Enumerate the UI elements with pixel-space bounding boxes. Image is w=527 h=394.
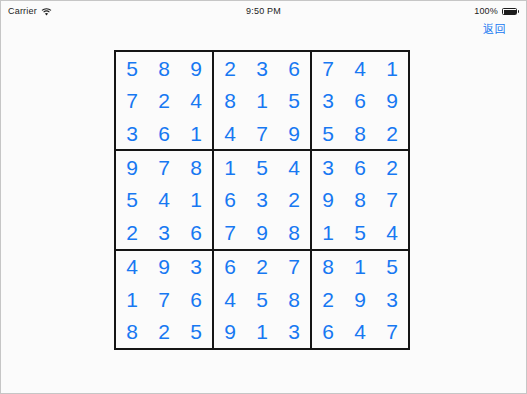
sudoku-cell-r3c3[interactable]: 1	[180, 117, 212, 149]
sudoku-cell-r7c3[interactable]: 3	[180, 251, 212, 283]
sudoku-cell-r6c7[interactable]: 1	[312, 216, 344, 248]
sudoku-cell-r1c3[interactable]: 9	[180, 52, 212, 84]
sudoku-cell-r3c1[interactable]: 3	[116, 117, 148, 149]
sudoku-cell-r5c3[interactable]: 1	[180, 184, 212, 216]
sudoku-cell-r9c6[interactable]: 3	[278, 316, 310, 348]
sudoku-board: 5897243612368154797413695829785412361546…	[114, 50, 410, 350]
sudoku-cell-r8c3[interactable]: 6	[180, 283, 212, 315]
sudoku-cell-r8c9[interactable]: 3	[376, 283, 408, 315]
sudoku-cell-r8c5[interactable]: 5	[246, 283, 278, 315]
sudoku-cell-r1c4[interactable]: 2	[214, 52, 246, 84]
sudoku-cell-r9c4[interactable]: 9	[214, 316, 246, 348]
sudoku-box-2-3: 362987154	[312, 151, 408, 248]
sudoku-cell-r2c3[interactable]: 4	[180, 84, 212, 116]
carrier-label: Carrier	[8, 6, 37, 16]
sudoku-cell-r7c7[interactable]: 8	[312, 251, 344, 283]
sudoku-cell-r7c8[interactable]: 1	[344, 251, 376, 283]
app-window: Carrier 9:50 PM 100% 返回 5897243612368154…	[0, 0, 527, 394]
sudoku-box-1-1: 589724361	[116, 52, 212, 149]
sudoku-cell-r9c5[interactable]: 1	[246, 316, 278, 348]
sudoku-cell-r5c4[interactable]: 6	[214, 184, 246, 216]
sudoku-cell-r4c4[interactable]: 1	[214, 151, 246, 183]
wifi-icon	[41, 7, 52, 16]
sudoku-cell-r7c1[interactable]: 4	[116, 251, 148, 283]
sudoku-cell-r1c8[interactable]: 4	[344, 52, 376, 84]
sudoku-cell-r6c3[interactable]: 6	[180, 216, 212, 248]
sudoku-cell-r1c7[interactable]: 7	[312, 52, 344, 84]
status-clock: 9:50 PM	[1, 6, 526, 16]
sudoku-cell-r8c8[interactable]: 9	[344, 283, 376, 315]
sudoku-cell-r6c1[interactable]: 2	[116, 216, 148, 248]
sudoku-box-2-2: 154632798	[214, 151, 310, 248]
sudoku-box-1-3: 741369582	[312, 52, 408, 149]
sudoku-box-3-2: 627458913	[214, 251, 310, 348]
sudoku-cell-r7c2[interactable]: 9	[148, 251, 180, 283]
sudoku-cell-r3c6[interactable]: 9	[278, 117, 310, 149]
sudoku-cell-r2c1[interactable]: 7	[116, 84, 148, 116]
sudoku-cell-r9c8[interactable]: 4	[344, 316, 376, 348]
sudoku-cell-r1c6[interactable]: 6	[278, 52, 310, 84]
sudoku-cell-r4c1[interactable]: 9	[116, 151, 148, 183]
sudoku-cell-r9c3[interactable]: 5	[180, 316, 212, 348]
sudoku-cell-r2c8[interactable]: 6	[344, 84, 376, 116]
sudoku-cell-r9c1[interactable]: 8	[116, 316, 148, 348]
sudoku-cell-r6c2[interactable]: 3	[148, 216, 180, 248]
sudoku-cell-r3c7[interactable]: 5	[312, 117, 344, 149]
back-button[interactable]: 返回	[483, 22, 506, 37]
sudoku-cell-r9c7[interactable]: 6	[312, 316, 344, 348]
sudoku-cell-r5c8[interactable]: 8	[344, 184, 376, 216]
sudoku-cell-r1c1[interactable]: 5	[116, 52, 148, 84]
sudoku-cell-r5c5[interactable]: 3	[246, 184, 278, 216]
sudoku-cell-r3c4[interactable]: 4	[214, 117, 246, 149]
sudoku-cell-r6c5[interactable]: 9	[246, 216, 278, 248]
sudoku-cell-r1c9[interactable]: 1	[376, 52, 408, 84]
sudoku-cell-r4c5[interactable]: 5	[246, 151, 278, 183]
status-left: Carrier	[8, 6, 52, 16]
sudoku-cell-r7c9[interactable]: 5	[376, 251, 408, 283]
sudoku-cell-r3c2[interactable]: 6	[148, 117, 180, 149]
sudoku-cell-r9c9[interactable]: 7	[376, 316, 408, 348]
status-bar: Carrier 9:50 PM 100%	[1, 1, 526, 21]
sudoku-box-2-1: 978541236	[116, 151, 212, 248]
sudoku-cell-r4c6[interactable]: 4	[278, 151, 310, 183]
battery-icon	[502, 8, 519, 15]
sudoku-cell-r4c7[interactable]: 3	[312, 151, 344, 183]
sudoku-cell-r2c9[interactable]: 9	[376, 84, 408, 116]
sudoku-cell-r8c4[interactable]: 4	[214, 283, 246, 315]
sudoku-cell-r6c9[interactable]: 4	[376, 216, 408, 248]
sudoku-box-1-2: 236815479	[214, 52, 310, 149]
sudoku-cell-r8c6[interactable]: 8	[278, 283, 310, 315]
sudoku-cell-r6c8[interactable]: 5	[344, 216, 376, 248]
sudoku-cell-r2c4[interactable]: 8	[214, 84, 246, 116]
sudoku-cell-r3c8[interactable]: 8	[344, 117, 376, 149]
sudoku-cell-r5c7[interactable]: 9	[312, 184, 344, 216]
sudoku-cell-r4c9[interactable]: 2	[376, 151, 408, 183]
sudoku-cell-r9c2[interactable]: 2	[148, 316, 180, 348]
sudoku-cell-r7c5[interactable]: 2	[246, 251, 278, 283]
sudoku-cell-r1c2[interactable]: 8	[148, 52, 180, 84]
sudoku-cell-r1c5[interactable]: 3	[246, 52, 278, 84]
sudoku-cell-r3c5[interactable]: 7	[246, 117, 278, 149]
sudoku-cell-r4c2[interactable]: 7	[148, 151, 180, 183]
sudoku-cell-r4c8[interactable]: 6	[344, 151, 376, 183]
sudoku-cell-r6c6[interactable]: 8	[278, 216, 310, 248]
sudoku-cell-r8c1[interactable]: 1	[116, 283, 148, 315]
sudoku-cell-r7c6[interactable]: 7	[278, 251, 310, 283]
battery-percent-label: 100%	[474, 6, 498, 16]
sudoku-cell-r4c3[interactable]: 8	[180, 151, 212, 183]
sudoku-cell-r8c2[interactable]: 7	[148, 283, 180, 315]
sudoku-cell-r6c4[interactable]: 7	[214, 216, 246, 248]
sudoku-cell-r2c5[interactable]: 1	[246, 84, 278, 116]
sudoku-box-3-3: 815293647	[312, 251, 408, 348]
sudoku-cell-r5c2[interactable]: 4	[148, 184, 180, 216]
sudoku-cell-r2c2[interactable]: 2	[148, 84, 180, 116]
sudoku-cell-r3c9[interactable]: 2	[376, 117, 408, 149]
sudoku-box-3-1: 493176825	[116, 251, 212, 348]
sudoku-cell-r2c6[interactable]: 5	[278, 84, 310, 116]
sudoku-cell-r5c1[interactable]: 5	[116, 184, 148, 216]
sudoku-cell-r2c7[interactable]: 3	[312, 84, 344, 116]
status-right: 100%	[474, 6, 519, 16]
sudoku-cell-r5c9[interactable]: 7	[376, 184, 408, 216]
sudoku-cell-r7c4[interactable]: 6	[214, 251, 246, 283]
sudoku-cell-r8c7[interactable]: 2	[312, 283, 344, 315]
sudoku-cell-r5c6[interactable]: 2	[278, 184, 310, 216]
